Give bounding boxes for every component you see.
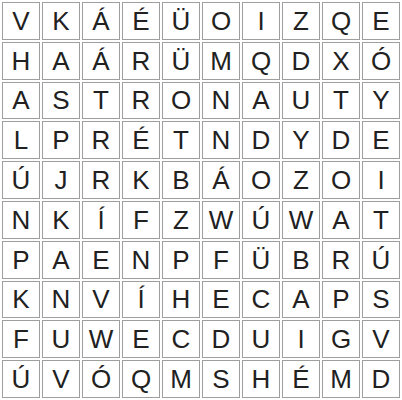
grid-cell[interactable]: R xyxy=(122,42,160,80)
grid-cell[interactable]: V xyxy=(42,360,80,398)
grid-cell[interactable]: C xyxy=(242,281,280,319)
grid-cell[interactable]: S xyxy=(202,360,240,398)
grid-cell[interactable]: D xyxy=(242,121,280,159)
grid-cell[interactable]: Ü xyxy=(162,2,200,40)
grid-cell[interactable]: M xyxy=(322,360,360,398)
grid-cell[interactable]: P xyxy=(2,241,40,279)
grid-cell[interactable]: K xyxy=(122,161,160,199)
grid-cell[interactable]: N xyxy=(122,241,160,279)
grid-cell[interactable]: A xyxy=(322,201,360,239)
grid-cell[interactable]: D xyxy=(362,360,400,398)
grid-cell[interactable]: H xyxy=(162,281,200,319)
grid-cell[interactable]: P xyxy=(162,241,200,279)
grid-cell[interactable]: T xyxy=(162,121,200,159)
grid-cell[interactable]: T xyxy=(82,82,120,120)
grid-cell[interactable]: R xyxy=(122,82,160,120)
grid-cell[interactable]: J xyxy=(42,161,80,199)
grid-cell[interactable]: Ü xyxy=(162,42,200,80)
grid-cell[interactable]: U xyxy=(42,320,80,358)
grid-cell[interactable]: R xyxy=(322,241,360,279)
grid-cell[interactable]: Á xyxy=(82,2,120,40)
grid-cell[interactable]: D xyxy=(202,320,240,358)
grid-cell[interactable]: Y xyxy=(362,82,400,120)
grid-cell[interactable]: É xyxy=(122,121,160,159)
grid-cell[interactable]: F xyxy=(122,201,160,239)
grid-cell[interactable]: F xyxy=(202,241,240,279)
grid-cell[interactable]: R xyxy=(82,121,120,159)
grid-cell[interactable]: K xyxy=(42,2,80,40)
grid-cell[interactable]: Í xyxy=(122,281,160,319)
grid-cell[interactable]: C xyxy=(162,320,200,358)
grid-cell[interactable]: Ú xyxy=(2,161,40,199)
grid-cell[interactable]: Á xyxy=(202,161,240,199)
grid-cell[interactable]: Q xyxy=(122,360,160,398)
grid-cell[interactable]: N xyxy=(2,201,40,239)
grid-cell[interactable]: V xyxy=(362,320,400,358)
grid-cell[interactable]: M xyxy=(202,42,240,80)
grid-cell[interactable]: F xyxy=(2,320,40,358)
grid-cell[interactable]: A xyxy=(282,281,320,319)
grid-cell[interactable]: E xyxy=(82,241,120,279)
grid-cell[interactable]: N xyxy=(202,121,240,159)
grid-cell[interactable]: P xyxy=(322,281,360,319)
grid-cell[interactable]: R xyxy=(82,161,120,199)
grid-cell[interactable]: P xyxy=(42,121,80,159)
grid-cell[interactable]: Ú xyxy=(242,201,280,239)
grid-cell[interactable]: T xyxy=(322,82,360,120)
grid-cell[interactable]: Y xyxy=(282,121,320,159)
grid-cell[interactable]: N xyxy=(42,281,80,319)
grid-cell[interactable]: W xyxy=(282,201,320,239)
grid-cell[interactable]: É xyxy=(282,360,320,398)
grid-cell[interactable]: A xyxy=(2,82,40,120)
grid-cell[interactable]: O xyxy=(242,161,280,199)
grid-cell[interactable]: U xyxy=(242,320,280,358)
grid-cell[interactable]: A xyxy=(42,241,80,279)
grid-cell[interactable]: U xyxy=(282,82,320,120)
grid-cell[interactable]: X xyxy=(322,42,360,80)
grid-cell[interactable]: E xyxy=(362,121,400,159)
grid-cell[interactable]: Á xyxy=(82,42,120,80)
grid-cell[interactable]: E xyxy=(362,2,400,40)
grid-cell[interactable]: A xyxy=(242,82,280,120)
grid-cell[interactable]: W xyxy=(82,320,120,358)
grid-cell[interactable]: I xyxy=(362,161,400,199)
grid-cell[interactable]: L xyxy=(2,121,40,159)
grid-cell[interactable]: Q xyxy=(322,2,360,40)
grid-cell[interactable]: É xyxy=(122,2,160,40)
grid-cell[interactable]: Ó xyxy=(362,42,400,80)
grid-cell[interactable]: T xyxy=(362,201,400,239)
grid-cell[interactable]: S xyxy=(362,281,400,319)
grid-cell[interactable]: V xyxy=(2,2,40,40)
grid-cell[interactable]: O xyxy=(202,2,240,40)
grid-cell[interactable]: Ú xyxy=(362,241,400,279)
grid-cell[interactable]: Q xyxy=(242,42,280,80)
grid-cell[interactable]: E xyxy=(122,320,160,358)
grid-cell[interactable]: V xyxy=(82,281,120,319)
grid-cell[interactable]: D xyxy=(322,121,360,159)
grid-cell[interactable]: I xyxy=(282,320,320,358)
grid-cell[interactable]: Z xyxy=(282,161,320,199)
grid-cell[interactable]: Í xyxy=(82,201,120,239)
grid-cell[interactable]: S xyxy=(42,82,80,120)
grid-cell[interactable]: H xyxy=(242,360,280,398)
grid-cell[interactable]: K xyxy=(42,201,80,239)
grid-cell[interactable]: O xyxy=(162,82,200,120)
grid-cell[interactable]: W xyxy=(202,201,240,239)
grid-cell[interactable]: G xyxy=(322,320,360,358)
grid-cell[interactable]: M xyxy=(162,360,200,398)
word-search-grid: VKÁÉÜOIZQEHAÁRÜMQDXÓASTRONAUTYLPRÉTNDYDE… xyxy=(0,0,402,400)
grid-cell[interactable]: B xyxy=(162,161,200,199)
grid-cell[interactable]: H xyxy=(2,42,40,80)
grid-cell[interactable]: Ó xyxy=(82,360,120,398)
grid-cell[interactable]: Z xyxy=(282,2,320,40)
grid-cell[interactable]: Z xyxy=(162,201,200,239)
grid-cell[interactable]: E xyxy=(202,281,240,319)
grid-cell[interactable]: A xyxy=(42,42,80,80)
grid-cell[interactable]: B xyxy=(282,241,320,279)
grid-cell[interactable]: O xyxy=(322,161,360,199)
grid-cell[interactable]: N xyxy=(202,82,240,120)
grid-cell[interactable]: D xyxy=(282,42,320,80)
grid-cell[interactable]: K xyxy=(2,281,40,319)
grid-cell[interactable]: I xyxy=(242,2,280,40)
grid-cell[interactable]: Ú xyxy=(2,360,40,398)
grid-cell[interactable]: Ü xyxy=(242,241,280,279)
